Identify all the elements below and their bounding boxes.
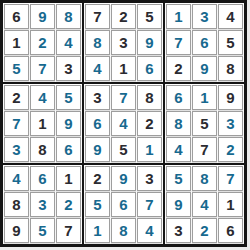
cell-r9c8[interactable]: 2: [192, 218, 217, 243]
cell-r5c8[interactable]: 5: [192, 111, 217, 136]
cell-r3c9[interactable]: 8: [218, 56, 243, 81]
cell-r3c4[interactable]: 4: [85, 56, 110, 81]
cell-r4c3[interactable]: 5: [56, 85, 81, 110]
cell-r6c7[interactable]: 4: [166, 137, 191, 162]
cell-r1c6[interactable]: 5: [137, 4, 162, 29]
cell-r5c1[interactable]: 7: [4, 111, 29, 136]
box-1-2: 619853472: [165, 84, 244, 163]
cell-r4c5[interactable]: 7: [111, 85, 136, 110]
box-0-0: 698124573: [3, 3, 82, 82]
cell-r8c2[interactable]: 3: [30, 192, 55, 217]
cell-r2c2[interactable]: 2: [30, 30, 55, 55]
cell-r5c5[interactable]: 4: [111, 111, 136, 136]
cell-r6c8[interactable]: 7: [192, 137, 217, 162]
cell-r2c6[interactable]: 9: [137, 30, 162, 55]
cell-r7c4[interactable]: 2: [85, 166, 110, 191]
cell-r6c4[interactable]: 9: [85, 137, 110, 162]
cell-r8c9[interactable]: 1: [218, 192, 243, 217]
cell-r8c4[interactable]: 5: [85, 192, 110, 217]
cell-r6c1[interactable]: 3: [4, 137, 29, 162]
cell-r7c3[interactable]: 1: [56, 166, 81, 191]
cell-r9c7[interactable]: 3: [166, 218, 191, 243]
cell-r7c2[interactable]: 6: [30, 166, 55, 191]
box-1-1: 378642951: [84, 84, 163, 163]
cell-r5c4[interactable]: 6: [85, 111, 110, 136]
box-2-0: 461832957: [3, 165, 82, 244]
cell-r1c1[interactable]: 6: [4, 4, 29, 29]
cell-r2c1[interactable]: 1: [4, 30, 29, 55]
cell-r8c7[interactable]: 9: [166, 192, 191, 217]
cell-r6c6[interactable]: 1: [137, 137, 162, 162]
cell-r4c6[interactable]: 8: [137, 85, 162, 110]
cell-r4c2[interactable]: 4: [30, 85, 55, 110]
cell-r7c7[interactable]: 5: [166, 166, 191, 191]
cell-r3c8[interactable]: 9: [192, 56, 217, 81]
cell-r3c6[interactable]: 6: [137, 56, 162, 81]
cell-r2c4[interactable]: 8: [85, 30, 110, 55]
cell-r2c9[interactable]: 5: [218, 30, 243, 55]
cell-r5c7[interactable]: 8: [166, 111, 191, 136]
cell-r2c8[interactable]: 6: [192, 30, 217, 55]
box-0-1: 725839416: [84, 3, 163, 82]
cell-r9c5[interactable]: 8: [111, 218, 136, 243]
cell-r5c3[interactable]: 9: [56, 111, 81, 136]
cell-r9c6[interactable]: 4: [137, 218, 162, 243]
cell-r3c1[interactable]: 5: [4, 56, 29, 81]
cell-r1c9[interactable]: 4: [218, 4, 243, 29]
sudoku-board: 6981245737258394161347652982457193863786…: [0, 0, 247, 247]
cell-r2c5[interactable]: 3: [111, 30, 136, 55]
cell-r9c1[interactable]: 9: [4, 218, 29, 243]
cell-r1c4[interactable]: 7: [85, 4, 110, 29]
cell-r8c5[interactable]: 6: [111, 192, 136, 217]
box-1-0: 245719386: [3, 84, 82, 163]
cell-r7c5[interactable]: 9: [111, 166, 136, 191]
cell-r7c1[interactable]: 4: [4, 166, 29, 191]
cell-r9c4[interactable]: 1: [85, 218, 110, 243]
cell-r6c9[interactable]: 2: [218, 137, 243, 162]
cell-r1c3[interactable]: 8: [56, 4, 81, 29]
cell-r1c2[interactable]: 9: [30, 4, 55, 29]
box-0-2: 134765298: [165, 3, 244, 82]
cell-r7c6[interactable]: 3: [137, 166, 162, 191]
cell-r8c3[interactable]: 2: [56, 192, 81, 217]
cell-r4c7[interactable]: 6: [166, 85, 191, 110]
cell-r1c8[interactable]: 3: [192, 4, 217, 29]
cell-r7c8[interactable]: 8: [192, 166, 217, 191]
cell-r5c9[interactable]: 3: [218, 111, 243, 136]
cell-r4c4[interactable]: 3: [85, 85, 110, 110]
cell-r8c8[interactable]: 4: [192, 192, 217, 217]
cell-r3c7[interactable]: 2: [166, 56, 191, 81]
cell-r9c3[interactable]: 7: [56, 218, 81, 243]
cell-r5c6[interactable]: 2: [137, 111, 162, 136]
cell-r7c9[interactable]: 7: [218, 166, 243, 191]
cell-r3c5[interactable]: 1: [111, 56, 136, 81]
cell-r6c5[interactable]: 5: [111, 137, 136, 162]
cell-r4c8[interactable]: 1: [192, 85, 217, 110]
cell-r2c7[interactable]: 7: [166, 30, 191, 55]
box-2-2: 587941326: [165, 165, 244, 244]
cell-r6c2[interactable]: 8: [30, 137, 55, 162]
cell-r3c3[interactable]: 3: [56, 56, 81, 81]
cell-r4c9[interactable]: 9: [218, 85, 243, 110]
cell-r9c2[interactable]: 5: [30, 218, 55, 243]
cell-r5c2[interactable]: 1: [30, 111, 55, 136]
cell-r6c3[interactable]: 6: [56, 137, 81, 162]
cell-r8c6[interactable]: 7: [137, 192, 162, 217]
cell-r8c1[interactable]: 8: [4, 192, 29, 217]
cell-r2c3[interactable]: 4: [56, 30, 81, 55]
cell-r4c1[interactable]: 2: [4, 85, 29, 110]
cell-r1c7[interactable]: 1: [166, 4, 191, 29]
cell-r3c2[interactable]: 7: [30, 56, 55, 81]
cell-r1c5[interactable]: 2: [111, 4, 136, 29]
cell-r9c9[interactable]: 6: [218, 218, 243, 243]
box-2-1: 293567184: [84, 165, 163, 244]
